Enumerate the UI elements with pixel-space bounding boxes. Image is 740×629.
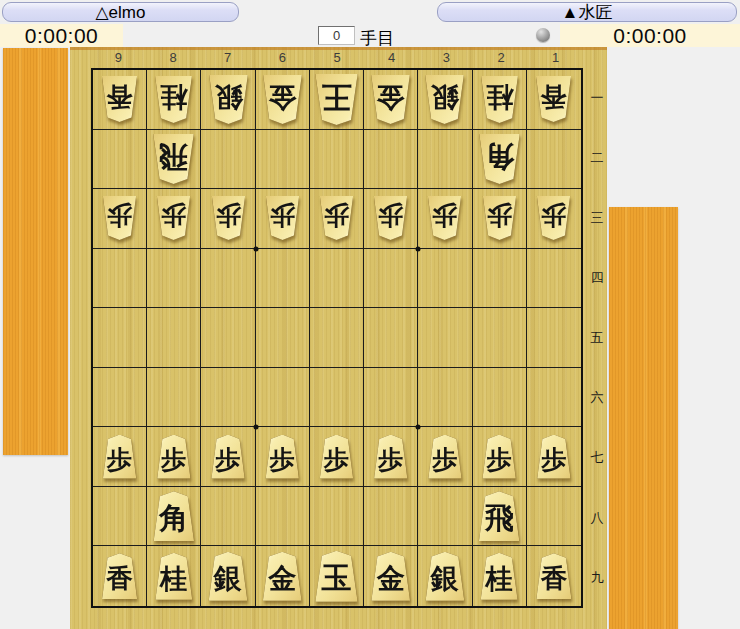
cell-11[interactable]: 香 xyxy=(527,70,581,130)
rank-label-4: 四 xyxy=(587,248,607,308)
gote-clock: 0:00:00 xyxy=(0,24,123,47)
cell-39[interactable]: 銀 xyxy=(418,546,472,606)
cell-94[interactable] xyxy=(93,249,147,309)
rank-label-9: 九 xyxy=(587,548,607,608)
sente-player-button[interactable]: ▲水匠 xyxy=(437,2,737,22)
rank-label-6: 六 xyxy=(587,368,607,428)
piece-gote-fu[interactable]: 歩 xyxy=(264,196,301,240)
rank-labels: 一二三四五六七八九 xyxy=(587,68,607,608)
file-label-8: 8 xyxy=(146,49,201,66)
cell-22[interactable]: 角 xyxy=(473,130,527,190)
cell-64[interactable] xyxy=(256,249,310,309)
cell-87[interactable]: 歩 xyxy=(147,427,201,487)
cell-63[interactable]: 歩 xyxy=(256,189,310,249)
koma-face: 歩 xyxy=(535,196,572,240)
piece-gote-fu[interactable]: 歩 xyxy=(535,196,572,240)
cell-85[interactable] xyxy=(147,308,201,368)
file-label-9: 9 xyxy=(91,49,146,66)
file-label-6: 6 xyxy=(255,49,310,66)
koma-face: 銀 xyxy=(207,75,250,124)
piece-sente-fu[interactable]: 歩 xyxy=(210,435,247,479)
cell-67[interactable]: 歩 xyxy=(256,427,310,487)
cell-14[interactable] xyxy=(527,249,581,309)
move-number-input[interactable]: 0 xyxy=(318,26,355,45)
koma-face: 歩 xyxy=(481,435,518,479)
hoshi-dot xyxy=(416,246,421,251)
cell-81[interactable]: 桂 xyxy=(147,70,201,130)
koma-face: 歩 xyxy=(426,196,463,240)
cell-19[interactable]: 香 xyxy=(527,546,581,606)
piece-sente-kaku[interactable]: 角 xyxy=(151,491,196,541)
piece-gote-fu[interactable]: 歩 xyxy=(318,196,355,240)
cell-46[interactable] xyxy=(364,368,418,428)
cell-78[interactable] xyxy=(201,487,255,547)
hoshi-dot xyxy=(253,246,258,251)
cell-55[interactable] xyxy=(310,308,364,368)
cell-24[interactable] xyxy=(473,249,527,309)
cell-35[interactable] xyxy=(418,308,472,368)
cell-34[interactable] xyxy=(418,249,472,309)
koma-face: 王 xyxy=(313,74,360,125)
piece-sente-kyo[interactable]: 香 xyxy=(534,553,573,599)
koma-face: 歩 xyxy=(264,435,301,479)
piece-sente-kin[interactable]: 金 xyxy=(261,552,304,601)
piece-gote-kaku[interactable]: 角 xyxy=(477,134,522,184)
piece-gote-fu[interactable]: 歩 xyxy=(426,196,463,240)
koma-face: 歩 xyxy=(318,196,355,240)
gote-player-name: △elmo xyxy=(96,2,146,23)
cell-92[interactable] xyxy=(93,130,147,190)
shogi-app-window: △elmo ▲水匠 0:00:00 0:00:00 0 手目 987654321… xyxy=(0,0,740,629)
sente-captured-piece-stand[interactable] xyxy=(609,207,678,629)
file-label-2: 2 xyxy=(474,49,529,66)
file-label-7: 7 xyxy=(200,49,255,66)
cell-58[interactable] xyxy=(310,487,364,547)
cell-88[interactable]: 角 xyxy=(147,487,201,547)
piece-gote-gin[interactable]: 銀 xyxy=(423,75,466,124)
cell-21[interactable]: 桂 xyxy=(473,70,527,130)
cell-91[interactable]: 香 xyxy=(93,70,147,130)
cell-65[interactable] xyxy=(256,308,310,368)
piece-sente-fu[interactable]: 歩 xyxy=(155,435,192,479)
koma-face: 桂 xyxy=(153,76,194,123)
cell-59[interactable]: 玉 xyxy=(310,546,364,606)
cell-45[interactable] xyxy=(364,308,418,368)
koma-face: 香 xyxy=(534,553,573,599)
cell-61[interactable]: 金 xyxy=(256,70,310,130)
koma-face: 桂 xyxy=(153,553,194,600)
cell-68[interactable] xyxy=(256,487,310,547)
koma-face: 角 xyxy=(151,491,196,541)
cell-13[interactable]: 歩 xyxy=(527,189,581,249)
piece-gote-gin[interactable]: 銀 xyxy=(207,75,250,124)
piece-sente-gyoku[interactable]: 玉 xyxy=(313,551,360,602)
koma-face: 歩 xyxy=(155,435,192,479)
cell-96[interactable] xyxy=(93,368,147,428)
turn-indicator-icon xyxy=(536,28,550,42)
koma-face: 歩 xyxy=(426,435,463,479)
piece-gote-hi[interactable]: 飛 xyxy=(151,134,196,184)
rank-label-7: 七 xyxy=(587,428,607,488)
cell-29[interactable]: 桂 xyxy=(473,546,527,606)
cell-72[interactable] xyxy=(201,130,255,190)
cell-15[interactable] xyxy=(527,308,581,368)
piece-gote-fu[interactable]: 歩 xyxy=(481,196,518,240)
cell-99[interactable]: 香 xyxy=(93,546,147,606)
cell-26[interactable] xyxy=(473,368,527,428)
koma-face: 銀 xyxy=(423,75,466,124)
koma-face: 歩 xyxy=(318,435,355,479)
koma-face: 歩 xyxy=(535,435,572,479)
koma-face: 歩 xyxy=(481,196,518,240)
cell-75[interactable] xyxy=(201,308,255,368)
cell-16[interactable] xyxy=(527,368,581,428)
file-labels: 987654321 xyxy=(91,49,583,66)
koma-face: 歩 xyxy=(210,196,247,240)
shogi-board: 987654321 香桂銀金王金銀桂香飛角歩歩歩歩歩歩歩歩歩歩歩歩歩歩歩歩歩歩角… xyxy=(70,47,607,629)
koma-face: 飛 xyxy=(151,134,196,184)
koma-face: 歩 xyxy=(155,196,192,240)
koma-face: 香 xyxy=(100,76,139,122)
piece-sente-kei[interactable]: 桂 xyxy=(153,553,194,600)
cell-37[interactable]: 歩 xyxy=(418,427,472,487)
cell-54[interactable] xyxy=(310,249,364,309)
cell-79[interactable]: 銀 xyxy=(201,546,255,606)
koma-face: 銀 xyxy=(423,552,466,601)
board-grid: 香桂銀金王金銀桂香飛角歩歩歩歩歩歩歩歩歩歩歩歩歩歩歩歩歩歩角飛香桂銀金玉金銀桂香 xyxy=(91,68,583,608)
koma-face: 飛 xyxy=(477,491,522,541)
cell-28[interactable]: 飛 xyxy=(473,487,527,547)
cell-71[interactable]: 銀 xyxy=(201,70,255,130)
cell-47[interactable]: 歩 xyxy=(364,427,418,487)
piece-gote-fu[interactable]: 歩 xyxy=(210,196,247,240)
piece-sente-gin[interactable]: 銀 xyxy=(423,552,466,601)
piece-sente-kei[interactable]: 桂 xyxy=(479,553,520,600)
cell-48[interactable] xyxy=(364,487,418,547)
cell-38[interactable] xyxy=(418,487,472,547)
piece-sente-hi[interactable]: 飛 xyxy=(477,491,522,541)
cell-74[interactable] xyxy=(201,249,255,309)
cell-36[interactable] xyxy=(418,368,472,428)
koma-face: 歩 xyxy=(372,435,409,479)
koma-face: 金 xyxy=(261,75,304,124)
cell-43[interactable]: 歩 xyxy=(364,189,418,249)
koma-face: 金 xyxy=(369,552,412,601)
gote-player-button[interactable]: △elmo xyxy=(2,2,239,22)
rank-label-1: 一 xyxy=(587,68,607,128)
piece-sente-kin[interactable]: 金 xyxy=(369,552,412,601)
koma-face: 角 xyxy=(477,134,522,184)
piece-gote-kyo[interactable]: 香 xyxy=(534,76,573,122)
cell-32[interactable] xyxy=(418,130,472,190)
cell-52[interactable] xyxy=(310,130,364,190)
piece-gote-kin[interactable]: 金 xyxy=(369,75,412,124)
cell-25[interactable] xyxy=(473,308,527,368)
cell-27[interactable]: 歩 xyxy=(473,427,527,487)
piece-sente-fu[interactable]: 歩 xyxy=(101,435,138,479)
hoshi-dot xyxy=(253,425,258,430)
cell-31[interactable]: 銀 xyxy=(418,70,472,130)
cell-84[interactable] xyxy=(147,249,201,309)
sente-player-name: ▲水匠 xyxy=(562,1,613,24)
koma-face: 歩 xyxy=(210,435,247,479)
piece-gote-ou[interactable]: 王 xyxy=(313,74,360,125)
koma-face: 香 xyxy=(100,553,139,599)
koma-face: 歩 xyxy=(372,196,409,240)
piece-sente-fu[interactable]: 歩 xyxy=(535,435,572,479)
cell-62[interactable] xyxy=(256,130,310,190)
cell-76[interactable] xyxy=(201,368,255,428)
cell-83[interactable]: 歩 xyxy=(147,189,201,249)
cell-98[interactable] xyxy=(93,487,147,547)
piece-gote-kei[interactable]: 桂 xyxy=(479,76,520,123)
cell-57[interactable]: 歩 xyxy=(310,427,364,487)
cell-69[interactable]: 金 xyxy=(256,546,310,606)
cell-82[interactable]: 飛 xyxy=(147,130,201,190)
koma-face: 桂 xyxy=(479,553,520,600)
piece-gote-fu[interactable]: 歩 xyxy=(372,196,409,240)
koma-face: 玉 xyxy=(313,551,360,602)
piece-sente-fu[interactable]: 歩 xyxy=(372,435,409,479)
gote-captured-piece-stand[interactable] xyxy=(3,48,68,455)
cell-41[interactable]: 金 xyxy=(364,70,418,130)
cell-51[interactable]: 王 xyxy=(310,70,364,130)
koma-face: 香 xyxy=(534,76,573,122)
rank-label-3: 三 xyxy=(587,188,607,248)
piece-sente-fu[interactable]: 歩 xyxy=(481,435,518,479)
rank-label-8: 八 xyxy=(587,488,607,548)
file-label-4: 4 xyxy=(364,49,419,66)
koma-face: 歩 xyxy=(101,435,138,479)
rank-label-2: 二 xyxy=(587,128,607,188)
cell-17[interactable]: 歩 xyxy=(527,427,581,487)
cell-56[interactable] xyxy=(310,368,364,428)
sente-clock: 0:00:00 xyxy=(560,24,740,47)
piece-gote-fu[interactable]: 歩 xyxy=(155,196,192,240)
cell-93[interactable]: 歩 xyxy=(93,189,147,249)
piece-sente-fu[interactable]: 歩 xyxy=(426,435,463,479)
file-label-1: 1 xyxy=(528,49,583,66)
cell-86[interactable] xyxy=(147,368,201,428)
cell-49[interactable]: 金 xyxy=(364,546,418,606)
piece-gote-kei[interactable]: 桂 xyxy=(153,76,194,123)
hoshi-dot xyxy=(416,425,421,430)
piece-sente-fu[interactable]: 歩 xyxy=(318,435,355,479)
cell-73[interactable]: 歩 xyxy=(201,189,255,249)
koma-face: 歩 xyxy=(264,196,301,240)
koma-face: 金 xyxy=(261,552,304,601)
cell-77[interactable]: 歩 xyxy=(201,427,255,487)
cell-42[interactable] xyxy=(364,130,418,190)
cell-23[interactable]: 歩 xyxy=(473,189,527,249)
piece-sente-fu[interactable]: 歩 xyxy=(264,435,301,479)
koma-face: 金 xyxy=(369,75,412,124)
cell-95[interactable] xyxy=(93,308,147,368)
piece-gote-kyo[interactable]: 香 xyxy=(100,76,139,122)
cell-12[interactable] xyxy=(527,130,581,190)
koma-face: 歩 xyxy=(101,196,138,240)
cell-53[interactable]: 歩 xyxy=(310,189,364,249)
koma-face: 銀 xyxy=(207,552,250,601)
koma-face: 桂 xyxy=(479,76,520,123)
piece-sente-gin[interactable]: 銀 xyxy=(207,552,250,601)
cell-89[interactable]: 桂 xyxy=(147,546,201,606)
piece-gote-fu[interactable]: 歩 xyxy=(101,196,138,240)
piece-gote-kin[interactable]: 金 xyxy=(261,75,304,124)
cell-97[interactable]: 歩 xyxy=(93,427,147,487)
rank-label-5: 五 xyxy=(587,308,607,368)
piece-sente-kyo[interactable]: 香 xyxy=(100,553,139,599)
file-label-5: 5 xyxy=(310,49,365,66)
cell-66[interactable] xyxy=(256,368,310,428)
cell-33[interactable]: 歩 xyxy=(418,189,472,249)
cell-18[interactable] xyxy=(527,487,581,547)
cell-44[interactable] xyxy=(364,249,418,309)
file-label-3: 3 xyxy=(419,49,474,66)
